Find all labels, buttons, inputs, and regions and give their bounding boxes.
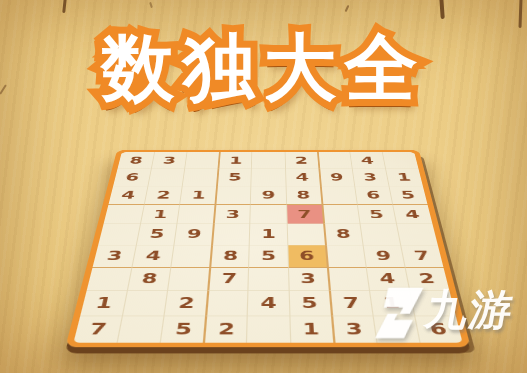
digit: 3 — [225, 208, 240, 221]
cell-r2-c9[interactable]: 1 — [385, 169, 423, 186]
cell-r1-c2[interactable]: 3 — [151, 152, 187, 168]
cell-r2-c2[interactable] — [148, 169, 185, 186]
app-background: 数独大全 数独大全 831246549314219865137545918348… — [0, 0, 527, 373]
cell-r3-c8[interactable]: 6 — [354, 186, 392, 204]
digit: 5 — [368, 208, 384, 221]
cell-r1-c7[interactable] — [317, 152, 352, 168]
watermark-brand: 九游 — [422, 286, 519, 334]
cell-r9-c6[interactable]: 1 — [289, 316, 333, 343]
cell-r6-c9[interactable]: 7 — [400, 245, 443, 267]
title-text: 数独大全 — [0, 30, 527, 107]
digit: 2 — [156, 189, 172, 201]
cell-r7-c2[interactable]: 8 — [127, 267, 171, 291]
digit: 9 — [262, 189, 276, 201]
digit: 3 — [300, 271, 316, 286]
cell-r6-c1[interactable]: 3 — [93, 245, 136, 267]
cell-r9-c7[interactable]: 3 — [331, 316, 377, 343]
cell-r9-c3[interactable]: 5 — [160, 316, 206, 343]
digit: 2 — [295, 155, 309, 166]
cell-r7-c1[interactable] — [87, 267, 132, 291]
cell-r5-c5[interactable]: 1 — [249, 224, 287, 245]
digit: 1 — [261, 228, 276, 241]
cell-r6-c5[interactable]: 5 — [249, 245, 288, 267]
digit: 1 — [302, 321, 320, 339]
digit: 1 — [152, 208, 168, 221]
cell-r8-c1[interactable]: 1 — [80, 290, 127, 315]
cell-r3-c5[interactable]: 9 — [250, 186, 285, 204]
digit: 5 — [400, 189, 416, 201]
cell-r8-c6[interactable]: 5 — [288, 290, 330, 315]
cell-r3-c9[interactable]: 5 — [388, 186, 427, 204]
digit: 8 — [223, 249, 239, 263]
cell-r1-c9[interactable] — [382, 152, 419, 168]
cell-r2-c5[interactable] — [251, 169, 285, 186]
cell-r2-c8[interactable]: 3 — [352, 169, 389, 186]
digit: 7 — [413, 249, 431, 263]
cell-r8-c3[interactable]: 2 — [164, 290, 208, 315]
cell-r8-c7[interactable]: 7 — [328, 290, 372, 315]
watermark: 九游 — [377, 286, 514, 340]
digit: 8 — [128, 155, 143, 166]
cell-r8-c2[interactable] — [122, 290, 167, 315]
scratch-mark — [345, 5, 350, 12]
digit: 4 — [295, 172, 309, 183]
digit: 6 — [124, 172, 140, 183]
cell-r3-c4[interactable] — [215, 186, 251, 204]
cell-r7-c3[interactable] — [167, 267, 209, 291]
cell-r5-c3[interactable]: 9 — [174, 224, 213, 245]
digit: 3 — [105, 249, 123, 263]
cell-r1-c1[interactable]: 8 — [118, 152, 155, 168]
cell-r7-c4[interactable]: 7 — [208, 267, 249, 291]
cell-r6-c2[interactable]: 4 — [132, 245, 174, 267]
digit: 4 — [120, 189, 136, 201]
cell-r7-c6[interactable]: 3 — [287, 267, 328, 291]
cell-r4-c9[interactable]: 4 — [392, 204, 432, 223]
digit: 2 — [177, 295, 195, 311]
cell-r5-c2[interactable]: 5 — [136, 224, 177, 245]
digit: 4 — [360, 155, 375, 166]
digit: 5 — [174, 321, 193, 339]
cell-r3-c2[interactable]: 2 — [144, 186, 182, 204]
cell-r2-c6[interactable]: 4 — [285, 169, 320, 186]
digit: 3 — [363, 172, 378, 183]
cell-r1-c4[interactable]: 1 — [218, 152, 252, 168]
cell-r3-c7[interactable] — [320, 186, 357, 204]
cell-r1-c6[interactable]: 2 — [284, 152, 318, 168]
cell-r6-c4[interactable]: 8 — [210, 245, 250, 267]
cell-r9-c1[interactable]: 7 — [73, 316, 122, 343]
cell-r5-c8[interactable] — [359, 224, 400, 245]
digit: 3 — [345, 321, 364, 339]
cell-r4-c5[interactable] — [250, 204, 287, 223]
cell-r6-c6[interactable]: 6 — [287, 245, 327, 267]
digit: 2 — [218, 321, 236, 339]
cell-r4-c6[interactable]: 7 — [286, 204, 323, 223]
digit: 4 — [145, 249, 163, 263]
cell-r6-c7[interactable] — [325, 245, 366, 267]
digit: 4 — [404, 208, 421, 221]
cell-r5-c4[interactable] — [211, 224, 249, 245]
9game-logo-icon — [373, 286, 427, 340]
digit: 6 — [365, 189, 381, 201]
cell-r3-c1[interactable]: 4 — [109, 186, 148, 204]
digit: 5 — [228, 172, 242, 183]
scratch-mark — [518, 0, 522, 28]
scratch-mark — [439, 0, 445, 19]
digit: 7 — [88, 321, 109, 339]
cell-r5-c7[interactable]: 8 — [323, 224, 362, 245]
scratch-mark — [62, 0, 67, 13]
cell-r2-c1[interactable]: 6 — [113, 169, 151, 186]
digit: 7 — [297, 208, 312, 221]
digit: 3 — [162, 155, 177, 166]
digit: 4 — [260, 295, 276, 311]
cell-r6-c8[interactable]: 9 — [362, 245, 404, 267]
cell-r2-c4[interactable]: 5 — [216, 169, 251, 186]
digit: 9 — [329, 172, 344, 183]
cell-r6-c3[interactable] — [171, 245, 212, 267]
digit: 9 — [186, 228, 202, 241]
digit: 7 — [342, 295, 360, 311]
digit: 2 — [418, 271, 437, 286]
cell-r2-c7[interactable]: 9 — [318, 169, 354, 186]
cell-r7-c7[interactable] — [326, 267, 368, 291]
cell-r4-c3[interactable] — [177, 204, 215, 223]
digit: 8 — [140, 271, 158, 286]
digit: 1 — [229, 155, 243, 166]
cell-r4-c8[interactable]: 5 — [357, 204, 396, 223]
cell-r1-c8[interactable]: 4 — [349, 152, 385, 168]
digit: 8 — [296, 189, 310, 201]
cell-r5-c6[interactable] — [286, 224, 324, 245]
cell-r5-c9[interactable] — [396, 224, 438, 245]
digit: 1 — [94, 295, 114, 311]
cell-r9-c4[interactable]: 2 — [203, 316, 247, 343]
cell-r4-c1[interactable] — [104, 204, 144, 223]
cell-r4-c2[interactable]: 1 — [140, 204, 179, 223]
cell-r9-c5[interactable] — [246, 316, 289, 343]
cell-r3-c6[interactable]: 8 — [285, 186, 321, 204]
scratch-mark — [149, 2, 153, 8]
cell-r1-c3[interactable] — [184, 152, 219, 168]
digit: 5 — [261, 249, 276, 263]
cell-r3-c3[interactable]: 1 — [179, 186, 216, 204]
digit: 7 — [221, 271, 237, 286]
digit: 4 — [378, 271, 396, 286]
cell-r4-c7[interactable] — [321, 204, 359, 223]
digit: 5 — [301, 295, 318, 311]
cell-r5-c1[interactable] — [98, 224, 140, 245]
cell-r9-c2[interactable] — [117, 316, 164, 343]
digit: 1 — [191, 189, 206, 201]
cell-r7-c5[interactable] — [248, 267, 288, 291]
cell-r8-c5[interactable]: 4 — [247, 290, 289, 315]
digit: 1 — [396, 172, 412, 183]
cell-r1-c5[interactable] — [251, 152, 284, 168]
digit: 9 — [375, 249, 393, 263]
cell-r4-c4[interactable]: 3 — [213, 204, 250, 223]
digit: 6 — [299, 249, 315, 263]
cell-r2-c3[interactable] — [182, 169, 218, 186]
digit: 8 — [335, 228, 351, 241]
cell-r8-c4[interactable] — [205, 290, 247, 315]
digit: 5 — [149, 228, 166, 241]
